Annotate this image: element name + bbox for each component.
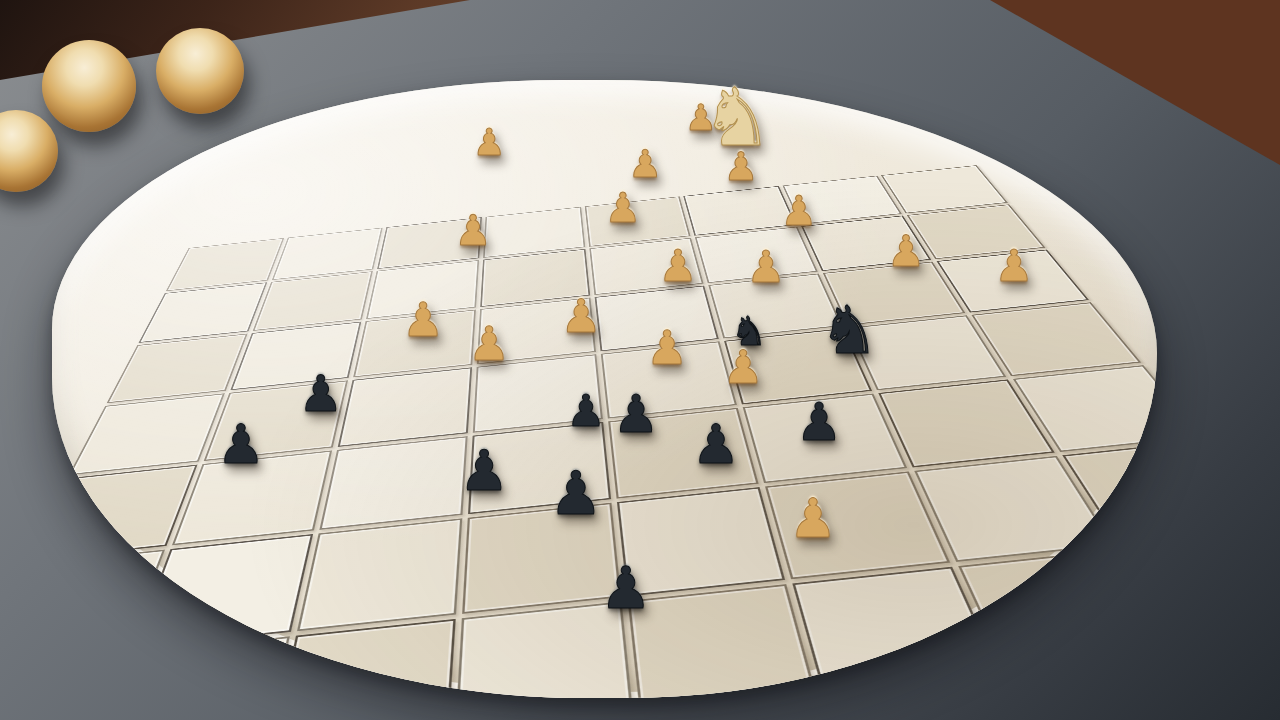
white-pawn[interactable]: ♟: [781, 191, 818, 232]
black-pawn[interactable]: ♟: [217, 418, 265, 472]
white-pawn[interactable]: ♟: [658, 244, 697, 288]
white-pawn[interactable]: ♟: [454, 210, 492, 252]
white-pawn[interactable]: ♟: [468, 320, 510, 367]
white-pawn[interactable]: ♟: [789, 492, 837, 546]
white-pawn[interactable]: ♟: [746, 245, 785, 289]
white-pawn[interactable]: ♟: [472, 124, 505, 161]
white-pawn[interactable]: ♟: [605, 188, 642, 229]
black-pawn[interactable]: ♟: [299, 369, 344, 419]
square-a6[interactable]: [106, 334, 247, 404]
black-pawn[interactable]: ♟: [613, 388, 660, 440]
square-a3[interactable]: [52, 549, 164, 665]
wooden-ball[interactable]: [42, 40, 136, 132]
square-g1[interactable]: [1012, 666, 1157, 698]
table-surface: ♟♞♟♟♟♟♟♟♟♟♟♟♟♟♞♞♟♟♟♟♟♟♟♟♟♟♟♟♟: [0, 0, 1280, 720]
square-g2[interactable]: [957, 549, 1157, 680]
white-pawn[interactable]: ♟: [402, 296, 444, 343]
square-c5[interactable]: [338, 367, 472, 446]
square-a5[interactable]: [68, 393, 224, 474]
white-pawn[interactable]: ♟: [887, 230, 926, 273]
black-pawn[interactable]: ♟: [796, 396, 843, 448]
wooden-ball[interactable]: [0, 110, 58, 192]
square-a4[interactable]: [52, 464, 197, 560]
white-pawn[interactable]: ♟: [628, 145, 662, 183]
black-pawn[interactable]: ♟: [459, 443, 509, 499]
square-f1[interactable]: [826, 686, 1072, 698]
wooden-ball[interactable]: [156, 28, 244, 114]
square-h2[interactable]: [1123, 532, 1157, 661]
black-pawn[interactable]: ♟: [600, 559, 652, 617]
white-pawn[interactable]: ♟: [722, 344, 763, 390]
black-pawn[interactable]: ♟: [566, 389, 605, 433]
black-pawn[interactable]: ♟: [692, 418, 740, 472]
black-pawn[interactable]: ♟: [549, 463, 603, 523]
square-c4[interactable]: [319, 436, 467, 530]
white-pawn[interactable]: ♟: [646, 324, 688, 371]
square-e2[interactable]: [627, 584, 818, 698]
white-pawn[interactable]: ♟: [560, 293, 601, 339]
square-b2[interactable]: [84, 636, 290, 698]
white-pawn[interactable]: ♟: [994, 244, 1033, 288]
square-a2[interactable]: [52, 653, 124, 698]
white-pawn[interactable]: ♟: [724, 147, 759, 186]
black-knight[interactable]: ♞: [819, 298, 878, 364]
square-c3[interactable]: [297, 518, 462, 631]
